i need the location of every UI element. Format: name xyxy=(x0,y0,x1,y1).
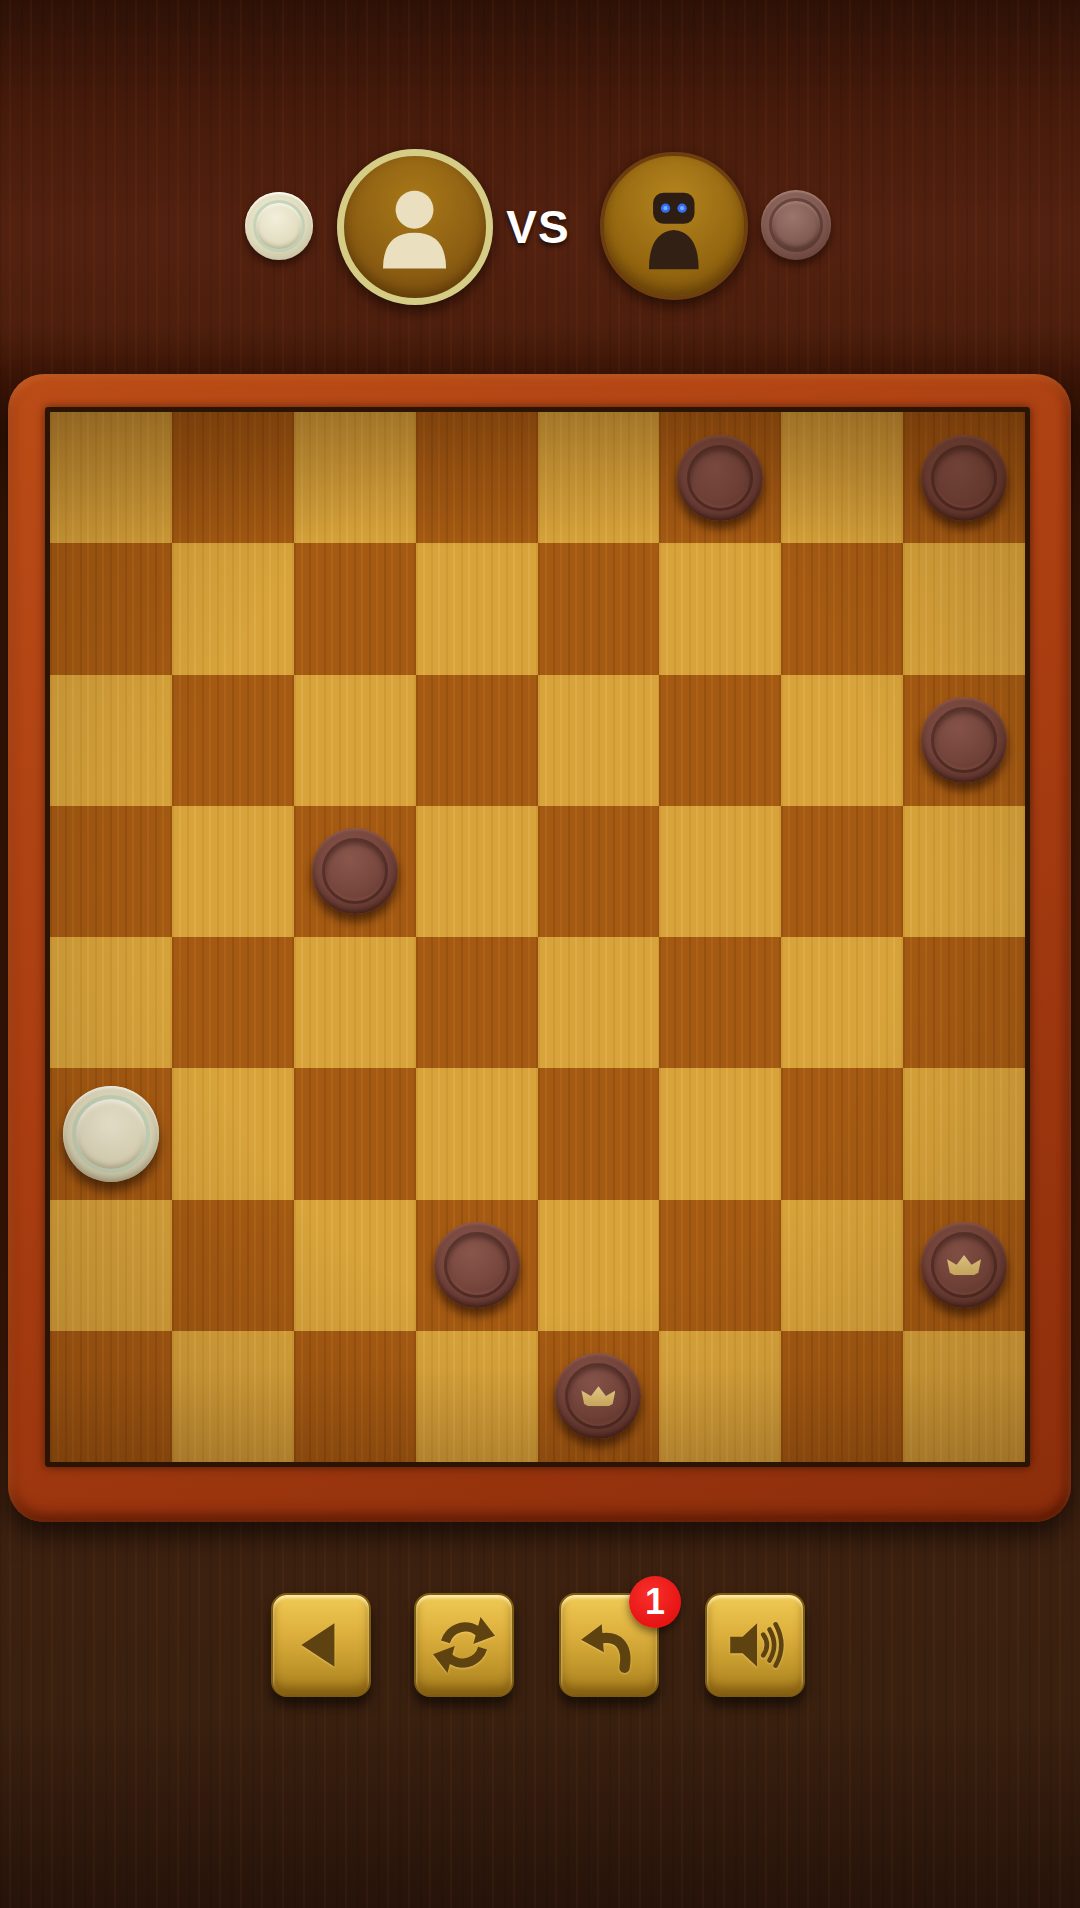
square-r4c3[interactable] xyxy=(416,937,538,1068)
square-r1c1[interactable] xyxy=(172,543,294,674)
square-r2c3[interactable] xyxy=(416,675,538,806)
square-r6c6[interactable] xyxy=(781,1200,903,1331)
player-avatar xyxy=(337,149,493,305)
square-r1c5[interactable] xyxy=(659,543,781,674)
square-r5c5[interactable] xyxy=(659,1068,781,1199)
square-r7c6[interactable] xyxy=(781,1331,903,1462)
square-r7c7[interactable] xyxy=(903,1331,1025,1462)
square-r3c2[interactable] xyxy=(294,806,416,937)
square-r1c0[interactable] xyxy=(50,543,172,674)
vs-label: VS xyxy=(506,200,569,254)
square-r0c3[interactable] xyxy=(416,412,538,543)
sound-button[interactable] xyxy=(705,1593,805,1697)
dark-piece-king[interactable] xyxy=(555,1353,641,1439)
board-grid[interactable] xyxy=(50,412,1025,1462)
speaker-icon xyxy=(724,1614,786,1676)
dark-checker-chip-icon xyxy=(761,190,831,260)
square-r5c0[interactable] xyxy=(50,1068,172,1199)
square-r0c4[interactable] xyxy=(538,412,660,543)
square-r3c6[interactable] xyxy=(781,806,903,937)
square-r2c2[interactable] xyxy=(294,675,416,806)
square-r2c0[interactable] xyxy=(50,675,172,806)
square-r1c7[interactable] xyxy=(903,543,1025,674)
dark-piece-king[interactable] xyxy=(921,1222,1007,1308)
game-screen: VS xyxy=(0,0,1080,1908)
opponent-avatar xyxy=(600,152,748,300)
light-checker-chip-icon xyxy=(245,192,313,260)
square-r0c0[interactable] xyxy=(50,412,172,543)
square-r1c6[interactable] xyxy=(781,543,903,674)
square-r6c3[interactable] xyxy=(416,1200,538,1331)
square-r0c2[interactable] xyxy=(294,412,416,543)
square-r0c6[interactable] xyxy=(781,412,903,543)
square-r3c4[interactable] xyxy=(538,806,660,937)
square-r3c0[interactable] xyxy=(50,806,172,937)
back-triangle-icon xyxy=(290,1614,352,1676)
square-r7c1[interactable] xyxy=(172,1331,294,1462)
board-inner xyxy=(45,407,1030,1467)
square-r7c4[interactable] xyxy=(538,1331,660,1462)
dark-piece[interactable] xyxy=(921,697,1007,783)
square-r5c6[interactable] xyxy=(781,1068,903,1199)
square-r1c4[interactable] xyxy=(538,543,660,674)
square-r4c6[interactable] xyxy=(781,937,903,1068)
square-r7c2[interactable] xyxy=(294,1331,416,1462)
square-r3c3[interactable] xyxy=(416,806,538,937)
square-r5c3[interactable] xyxy=(416,1068,538,1199)
crown-icon xyxy=(947,1254,981,1275)
restart-icon xyxy=(433,1614,495,1676)
square-r2c1[interactable] xyxy=(172,675,294,806)
square-r6c1[interactable] xyxy=(172,1200,294,1331)
square-r2c6[interactable] xyxy=(781,675,903,806)
square-r6c0[interactable] xyxy=(50,1200,172,1331)
square-r1c2[interactable] xyxy=(294,543,416,674)
dark-piece[interactable] xyxy=(921,435,1007,521)
restart-button[interactable] xyxy=(414,1593,514,1697)
square-r6c2[interactable] xyxy=(294,1200,416,1331)
back-button[interactable] xyxy=(271,1593,371,1697)
square-r3c7[interactable] xyxy=(903,806,1025,937)
square-r4c0[interactable] xyxy=(50,937,172,1068)
dark-piece[interactable] xyxy=(434,1222,520,1308)
square-r4c5[interactable] xyxy=(659,937,781,1068)
crown-icon xyxy=(581,1385,615,1406)
human-icon xyxy=(362,174,467,279)
square-r4c4[interactable] xyxy=(538,937,660,1068)
square-r5c2[interactable] xyxy=(294,1068,416,1199)
square-r7c5[interactable] xyxy=(659,1331,781,1462)
square-r2c5[interactable] xyxy=(659,675,781,806)
square-r1c3[interactable] xyxy=(416,543,538,674)
square-r6c4[interactable] xyxy=(538,1200,660,1331)
square-r3c5[interactable] xyxy=(659,806,781,937)
square-r5c4[interactable] xyxy=(538,1068,660,1199)
square-r4c1[interactable] xyxy=(172,937,294,1068)
square-r6c5[interactable] xyxy=(659,1200,781,1331)
square-r7c0[interactable] xyxy=(50,1331,172,1462)
square-r6c7[interactable] xyxy=(903,1200,1025,1331)
square-r4c7[interactable] xyxy=(903,937,1025,1068)
square-r3c1[interactable] xyxy=(172,806,294,937)
undo-badge: 1 xyxy=(629,1576,681,1628)
square-r0c5[interactable] xyxy=(659,412,781,543)
square-r2c7[interactable] xyxy=(903,675,1025,806)
square-r2c4[interactable] xyxy=(538,675,660,806)
dark-piece[interactable] xyxy=(312,828,398,914)
square-r0c7[interactable] xyxy=(903,412,1025,543)
light-piece[interactable] xyxy=(63,1086,159,1182)
square-r0c1[interactable] xyxy=(172,412,294,543)
square-r5c1[interactable] xyxy=(172,1068,294,1199)
square-r7c3[interactable] xyxy=(416,1331,538,1462)
board-frame xyxy=(8,374,1071,1522)
dark-piece[interactable] xyxy=(677,435,763,521)
square-r4c2[interactable] xyxy=(294,937,416,1068)
square-r5c7[interactable] xyxy=(903,1068,1025,1199)
undo-arrow-icon xyxy=(578,1614,640,1676)
robot-icon xyxy=(622,174,726,278)
